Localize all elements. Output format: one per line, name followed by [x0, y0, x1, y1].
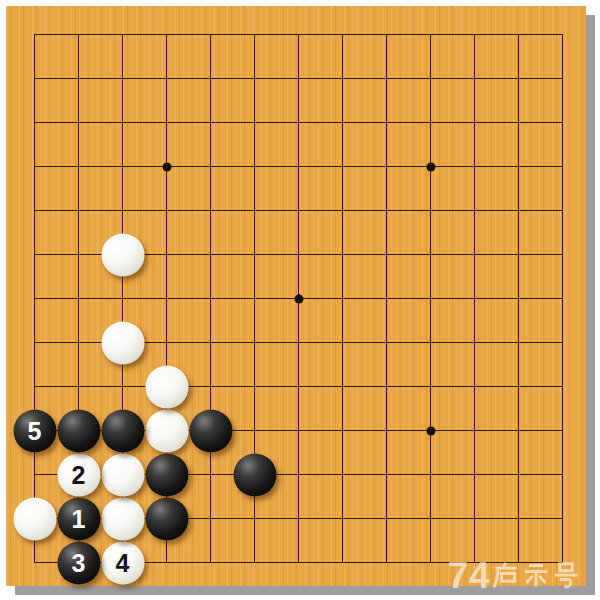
stone-move-number: 4 [116, 550, 130, 575]
white-stone[interactable] [145, 365, 188, 408]
black-stone[interactable] [57, 409, 100, 452]
black-stone[interactable]: 3 [57, 541, 100, 584]
star-point [162, 162, 171, 171]
white-stone[interactable] [101, 321, 144, 364]
black-stone[interactable] [145, 497, 188, 540]
white-stone[interactable]: 2 [57, 453, 100, 496]
white-stone[interactable] [101, 497, 144, 540]
white-stone[interactable] [145, 409, 188, 452]
black-stone[interactable] [233, 453, 276, 496]
star-point [426, 162, 435, 171]
star-point [294, 294, 303, 303]
board-grid[interactable]: 43125 [34, 34, 563, 563]
white-stone[interactable] [13, 497, 56, 540]
white-stone[interactable] [101, 453, 144, 496]
stone-move-number: 1 [72, 506, 86, 531]
black-stone[interactable]: 1 [57, 497, 100, 540]
stone-move-number: 3 [72, 550, 86, 575]
black-stone[interactable] [145, 453, 188, 496]
page: 43125 74 [0, 0, 600, 600]
stone-move-number: 5 [28, 418, 42, 443]
black-stone[interactable] [101, 409, 144, 452]
black-stone[interactable]: 5 [13, 409, 56, 452]
white-stone[interactable]: 4 [101, 541, 144, 584]
star-point [426, 426, 435, 435]
go-board[interactable]: 43125 [6, 6, 586, 586]
black-stone[interactable] [189, 409, 232, 452]
white-stone[interactable] [101, 233, 144, 276]
stone-move-number: 2 [72, 462, 86, 487]
